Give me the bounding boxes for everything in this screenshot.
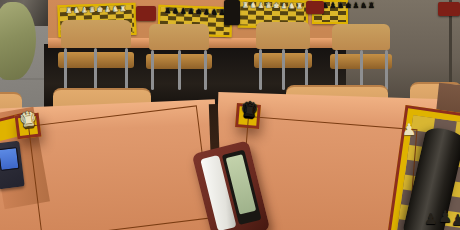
piece-white-bishop: ♝ (20, 111, 37, 130)
piece-black-pawn: ♟ (22, 115, 35, 129)
piece-white-pawn: ♟ (22, 115, 35, 129)
piece-white-pawn: ♟ (243, 106, 256, 120)
chair-backrest (149, 24, 210, 50)
piece-black-pawn: ♟ (243, 106, 256, 120)
piece-black-pawn: ♟ (243, 106, 256, 120)
piece-white-pawn: ♟ (243, 106, 256, 120)
piece-white-pawn: ♟ (22, 115, 35, 129)
black-chess-clock-background (224, 0, 240, 25)
piece-white-pawn: ♟ (243, 106, 256, 120)
piece-white-pawn: ♟ (243, 106, 256, 120)
school-chair-1 (58, 20, 134, 90)
piece-black-pawn: ♟ (22, 115, 35, 129)
piece-white-rook: ♜ (241, 102, 258, 120)
background-piece-row: ♜♞♝♛♚♝♞♜ (60, 5, 134, 15)
piece-black-bishop: ♝ (241, 102, 258, 120)
chair-leg (178, 50, 181, 90)
piece-black-bishop: ♝ (241, 102, 258, 120)
piece-black-rook: ♜ (20, 111, 37, 130)
piece-black-pawn: ♟ (243, 106, 256, 120)
piece-black-rook: ♜ (20, 111, 37, 130)
black-pawn-loose: ♟ (424, 212, 437, 227)
piece-white-pawn: ♟ (22, 115, 35, 129)
piece-black-pawn: ♟ (22, 115, 35, 129)
piece-white-rook: ♜ (241, 102, 258, 120)
chessboard-left: ♜♞♝♛♚♝♞♜♟♟♟♟♟♟♟♟♟♟♟♟♟♟♟♟♜♞♝♛♚♝♞♜ (15, 113, 42, 140)
piece-white-bishop: ♝ (20, 111, 37, 130)
chair-leg (385, 50, 388, 90)
piece-black-pawn: ♟ (243, 106, 256, 120)
piece-white-knight: ♞ (241, 102, 258, 120)
piece-black-rook: ♜ (241, 102, 258, 120)
chair-leg (64, 48, 67, 90)
piece-white-pawn: ♟ (243, 106, 256, 120)
piece-white-rook: ♜ (20, 111, 37, 130)
chair-leg (305, 49, 308, 90)
piece-white-bishop: ♝ (241, 102, 258, 120)
chair-leg (259, 49, 262, 90)
piece-black-bishop: ♝ (20, 111, 37, 130)
piece-black-pawn: ♟ (22, 115, 35, 129)
chair-backrest (332, 24, 389, 50)
piece-black-pawn: ♟ (22, 115, 35, 129)
chair-leg (204, 50, 207, 90)
tournament-photo: ♜♞♝♛♚♝♞♜♟♟♟♟♟♟♟♟♟♟♟♟♟♟♟♟♜♞♝♛♚♝♞♜♜♞♝♛♚♝♞♜… (0, 0, 460, 230)
piece-white-pawn: ♟ (243, 106, 256, 120)
piece-black-pawn: ♟ (243, 106, 256, 120)
chair-leg (151, 50, 154, 90)
chair-leg (125, 48, 128, 90)
piece-white-pawn: ♟ (22, 115, 35, 129)
piece-black-pawn: ♟ (22, 115, 35, 129)
piece-black-pawn: ♟ (243, 106, 256, 120)
red-chess-clock-background (136, 6, 156, 21)
piece-black-pawn: ♟ (22, 115, 35, 129)
piece-white-pawn: ♟ (22, 115, 35, 129)
piece-white-pawn: ♟ (22, 115, 35, 129)
red-chess-clock-background (306, 1, 324, 14)
piece-black-rook: ♜ (241, 102, 258, 120)
piece-black-bishop: ♝ (20, 111, 37, 130)
piece-black-knight: ♞ (20, 111, 37, 130)
chair-leg (282, 49, 285, 90)
piece-white-pawn: ♟ (22, 115, 35, 129)
piece-black-knight: ♞ (241, 102, 258, 120)
piece-white-knight: ♞ (20, 111, 37, 130)
background-piece-row: ♜♞♝♛♚♝♞♜ (160, 7, 230, 16)
school-chair-4 (330, 24, 392, 90)
piece-black-pawn: ♟ (243, 106, 256, 120)
piece-black-knight: ♞ (20, 111, 37, 130)
piece-white-pawn: ♟ (243, 106, 256, 120)
chessboard-left-grid: ♜♞♝♛♚♝♞♜♟♟♟♟♟♟♟♟♟♟♟♟♟♟♟♟♜♞♝♛♚♝♞♜ (28, 105, 211, 230)
black-pawn-loose: ♟ (451, 213, 460, 228)
chair-backrest (256, 22, 309, 49)
school-chair-3 (254, 22, 312, 90)
piece-black-pawn: ♟ (243, 106, 256, 120)
piece-white-knight: ♞ (241, 102, 258, 120)
piece-white-knight: ♞ (20, 111, 37, 130)
red-chess-clock-background (438, 2, 460, 16)
piece-white-rook: ♜ (20, 111, 37, 130)
background-piece-row: ♜♞♝♛♚♝♞♜ (240, 1, 306, 9)
piece-white-pawn: ♟ (243, 106, 256, 120)
piece-white-bishop: ♝ (241, 102, 258, 120)
piece-black-knight: ♞ (241, 102, 258, 120)
white-pawn-loose: ♟ (402, 122, 416, 138)
chair-backrest (61, 20, 131, 48)
piece-black-pawn: ♟ (22, 115, 35, 129)
piece-white-pawn: ♟ (22, 115, 35, 129)
school-chair-2 (146, 24, 212, 90)
blue-clock-screen (0, 147, 20, 171)
chessboard-right: ♜♞♝♚♛♝♞♜♟♟♟♟♟♟♟♟♟♟♟♟♟♟♟♟♜♞♝♚♛♝♞♜ (235, 103, 261, 129)
